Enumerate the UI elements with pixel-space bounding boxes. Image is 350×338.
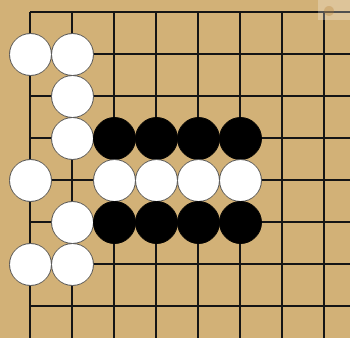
- white-stone[interactable]: [9, 33, 52, 76]
- black-stone[interactable]: [135, 201, 178, 244]
- go-board-diagram: [0, 0, 350, 338]
- black-stone[interactable]: [219, 117, 262, 160]
- hover-highlight-dot: [324, 6, 334, 16]
- grid-line-horizontal: [30, 305, 350, 307]
- white-stone[interactable]: [51, 117, 94, 160]
- black-stone[interactable]: [177, 117, 220, 160]
- black-stone[interactable]: [135, 117, 178, 160]
- hover-highlight-patch: [318, 0, 350, 20]
- grid-line-horizontal: [30, 11, 350, 13]
- white-stone[interactable]: [51, 201, 94, 244]
- grid-line-vertical: [281, 12, 283, 338]
- white-stone[interactable]: [9, 159, 52, 202]
- go-board[interactable]: [0, 0, 350, 338]
- white-stone[interactable]: [9, 243, 52, 286]
- white-stone[interactable]: [51, 243, 94, 286]
- white-stone[interactable]: [219, 159, 262, 202]
- grid-line-vertical: [323, 12, 325, 338]
- black-stone[interactable]: [93, 117, 136, 160]
- black-stone[interactable]: [219, 201, 262, 244]
- black-stone[interactable]: [177, 201, 220, 244]
- white-stone[interactable]: [93, 159, 136, 202]
- black-stone[interactable]: [93, 201, 136, 244]
- white-stone[interactable]: [135, 159, 178, 202]
- white-stone[interactable]: [51, 75, 94, 118]
- white-stone[interactable]: [177, 159, 220, 202]
- white-stone[interactable]: [51, 33, 94, 76]
